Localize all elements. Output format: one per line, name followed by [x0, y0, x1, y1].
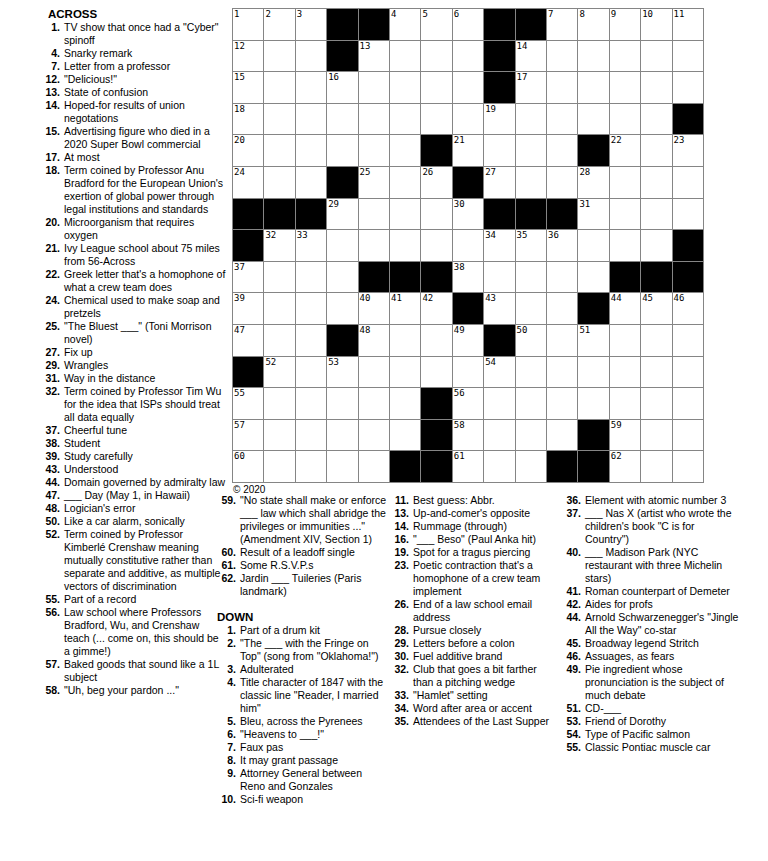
cell-number: 3 — [297, 9, 302, 19]
black-cell-r4c11 — [578, 135, 608, 166]
grid-cell-r10c0[interactable]: 47 — [233, 325, 263, 356]
clue-number: 31. — [38, 372, 64, 385]
grid-cell-r12c7[interactable]: 56 — [453, 388, 483, 419]
grid-cell-r1c14[interactable] — [673, 41, 703, 72]
grid-cell-r2c4[interactable] — [359, 72, 389, 103]
cell-number: 33 — [297, 230, 308, 240]
grid-cell-r7c9[interactable]: 35 — [516, 230, 546, 261]
grid-cell-r3c8[interactable]: 19 — [484, 104, 514, 135]
grid-cell-r9c12[interactable]: 44 — [610, 293, 640, 324]
cell-number: 44 — [611, 293, 622, 303]
grid-cell-r12c8[interactable] — [484, 388, 514, 419]
grid-cell-r6c3[interactable]: 29 — [327, 199, 357, 230]
grid-cell-r13c12[interactable]: 59 — [610, 420, 640, 451]
grid-cell-r13c8[interactable] — [484, 420, 514, 451]
clue-across-20: 20.Microorganism that requires oxygen — [38, 216, 226, 242]
grid-cell-r3c7[interactable] — [453, 104, 483, 135]
cell-number: 9 — [611, 9, 616, 19]
grid-cell-r14c1[interactable] — [264, 451, 294, 482]
grid-cell-r5c10[interactable] — [547, 167, 577, 198]
black-cell-r10c8 — [484, 325, 514, 356]
grid-cell-r6c6[interactable] — [421, 199, 451, 230]
grid-cell-r4c4[interactable] — [359, 135, 389, 166]
grid-cell-r5c1[interactable] — [264, 167, 294, 198]
grid-cell-r12c9[interactable] — [516, 388, 546, 419]
cell-number: 22 — [611, 135, 622, 145]
grid-cell-r4c7[interactable]: 21 — [453, 135, 483, 166]
cell-number: 60 — [234, 451, 245, 461]
clue-text: Attendees of the Last Supper — [413, 715, 559, 728]
grid-cell-r12c14[interactable] — [673, 388, 703, 419]
clue-across-48: 48.Logician's error — [38, 502, 226, 515]
grid-cell-r12c11[interactable] — [578, 388, 608, 419]
cell-number: 26 — [422, 167, 433, 177]
cell-number: 50 — [517, 325, 528, 335]
grid-cell-r9c2[interactable] — [296, 293, 326, 324]
grid-cell-r8c3[interactable] — [327, 262, 357, 293]
grid-cell-r2c14[interactable] — [673, 72, 703, 103]
grid-cell-r14c8[interactable] — [484, 451, 514, 482]
grid-cell-r1c7[interactable] — [453, 41, 483, 72]
grid-cell-r2c9[interactable]: 17 — [516, 72, 546, 103]
grid-cell-r1c4[interactable]: 13 — [359, 41, 389, 72]
black-cell-r6c9 — [516, 199, 546, 230]
grid-cell-r9c14[interactable]: 46 — [673, 293, 703, 324]
grid-cell-r6c13[interactable] — [641, 199, 671, 230]
grid-cell-r4c0[interactable]: 20 — [233, 135, 263, 166]
grid-cell-r11c6[interactable] — [421, 357, 451, 388]
grid-cell-r9c8[interactable]: 43 — [484, 293, 514, 324]
clue-number: 57. — [38, 658, 64, 684]
grid-cell-r8c7[interactable]: 38 — [453, 262, 483, 293]
grid-cell-r12c3[interactable] — [327, 388, 357, 419]
grid-cell-r4c2[interactable] — [296, 135, 326, 166]
grid-cell-r12c5[interactable] — [390, 388, 420, 419]
black-cell-r5c3 — [327, 167, 357, 198]
grid-cell-r5c13[interactable] — [641, 167, 671, 198]
clue-number: 58. — [38, 684, 64, 697]
cell-number: 49 — [454, 325, 465, 335]
grid-cell-r3c3[interactable] — [327, 104, 357, 135]
cell-number: 12 — [234, 41, 245, 51]
grid-cell-r12c0[interactable]: 55 — [233, 388, 263, 419]
clue-text: Advertising figure who died in a 2020 Su… — [64, 125, 226, 151]
clue-across-44: 44.Domain governed by admiralty law — [38, 476, 226, 489]
grid-cell-r6c5[interactable] — [390, 199, 420, 230]
grid-cell-r10c12[interactable] — [610, 325, 640, 356]
cell-number: 32 — [265, 230, 276, 240]
cell-number: 56 — [454, 388, 465, 398]
clue-text: Student — [64, 437, 226, 450]
grid-cell-r3c4[interactable] — [359, 104, 389, 135]
grid-cell-r0c0[interactable]: 1 — [233, 9, 263, 40]
grid-cell-r9c3[interactable] — [327, 293, 357, 324]
grid-cell-r0c12[interactable]: 9 — [610, 9, 640, 40]
grid-cell-r7c7[interactable] — [453, 230, 483, 261]
grid-cell-r12c13[interactable] — [641, 388, 671, 419]
grid-cell-r5c6[interactable]: 26 — [421, 167, 451, 198]
grid-cell-r11c5[interactable] — [390, 357, 420, 388]
grid-cell-r3c11[interactable] — [578, 104, 608, 135]
grid-cell-r10c9[interactable]: 50 — [516, 325, 546, 356]
clue-number: 48. — [38, 502, 64, 515]
grid-cell-r1c1[interactable] — [264, 41, 294, 72]
grid-cell-r1c10[interactable] — [547, 41, 577, 72]
grid-cell-r2c12[interactable] — [610, 72, 640, 103]
grid-cell-r3c6[interactable] — [421, 104, 451, 135]
clue-text: Fix up — [64, 346, 226, 359]
clue-number: 12. — [38, 73, 64, 86]
grid-cell-r14c4[interactable] — [359, 451, 389, 482]
grid-cell-r2c11[interactable] — [578, 72, 608, 103]
grid-cell-r2c3[interactable]: 16 — [327, 72, 357, 103]
grid-cell-r1c13[interactable] — [641, 41, 671, 72]
grid-cell-r6c4[interactable] — [359, 199, 389, 230]
clue-across-17: 17.At most — [38, 151, 226, 164]
bottom-column-2: 11.Best guess: Abbr.13.Up-and-comer's op… — [387, 494, 559, 728]
clue-text: "No state shall make or enforce ___ law … — [240, 494, 388, 546]
clue-down-44: 44.Arnold Schwarzenegger's "Jingle All t… — [559, 611, 739, 637]
grid-cell-r14c12[interactable]: 62 — [610, 451, 640, 482]
grid-cell-r9c4[interactable]: 40 — [359, 293, 389, 324]
grid-cell-r7c4[interactable] — [359, 230, 389, 261]
grid-cell-r7c2[interactable]: 33 — [296, 230, 326, 261]
grid-cell-r5c11[interactable]: 28 — [578, 167, 608, 198]
clue-down-9: 9.Attorney General between Reno and Gonz… — [214, 767, 388, 793]
clue-down-10: 10.Sci-fi weapon — [214, 793, 388, 806]
grid-cell-r9c10[interactable] — [547, 293, 577, 324]
grid-cell-r7c10[interactable]: 36 — [547, 230, 577, 261]
grid-cell-r3c12[interactable] — [610, 104, 640, 135]
grid-cell-r8c8[interactable] — [484, 262, 514, 293]
grid-cell-r5c4[interactable]: 25 — [359, 167, 389, 198]
grid-cell-r5c5[interactable] — [390, 167, 420, 198]
grid-cell-r11c14[interactable] — [673, 357, 703, 388]
grid-cell-r5c0[interactable]: 24 — [233, 167, 263, 198]
grid-cell-r8c10[interactable] — [547, 262, 577, 293]
grid-cell-r5c2[interactable] — [296, 167, 326, 198]
grid-cell-r12c10[interactable] — [547, 388, 577, 419]
clue-down-11: 11.Best guess: Abbr. — [387, 494, 559, 507]
clue-text: Wrangles — [64, 359, 226, 372]
grid-cell-r10c10[interactable] — [547, 325, 577, 356]
grid-cell-r13c1[interactable] — [264, 420, 294, 451]
clue-down-6: 6."Heavens to ___!" — [214, 728, 388, 741]
clue-text: ___ Madison Park (NYC restaurant with th… — [585, 546, 739, 585]
clue-across-47: 47.___ Day (May 1, in Hawaii) — [38, 489, 226, 502]
clue-number: 14. — [38, 99, 64, 125]
grid-cell-r0c7[interactable]: 6 — [453, 9, 483, 40]
grid-cell-r0c5[interactable]: 4 — [390, 9, 420, 40]
clue-number: 29. — [38, 359, 64, 372]
grid-cell-r7c8[interactable]: 34 — [484, 230, 514, 261]
grid-cell-r9c1[interactable] — [264, 293, 294, 324]
grid-cell-r12c2[interactable] — [296, 388, 326, 419]
clue-text: Type of Pacific salmon — [585, 728, 739, 741]
grid-cell-r14c3[interactable] — [327, 451, 357, 482]
clue-text: "Uh, beg your pardon ..." — [64, 684, 226, 697]
clue-text: Term coined by Professor Anu Bradford fo… — [64, 164, 226, 216]
grid-cell-r2c7[interactable] — [453, 72, 483, 103]
grid-cell-r7c5[interactable] — [390, 230, 420, 261]
grid-cell-r10c14[interactable] — [673, 325, 703, 356]
clue-text: "Hamlet" setting — [413, 689, 559, 702]
grid-cell-r13c0[interactable]: 57 — [233, 420, 263, 451]
grid-cell-r3c9[interactable] — [516, 104, 546, 135]
black-cell-r8c5 — [390, 262, 420, 293]
grid-cell-r8c9[interactable] — [516, 262, 546, 293]
grid-cell-r14c13[interactable] — [641, 451, 671, 482]
clue-text: Bleu, across the Pyrenees — [240, 715, 388, 728]
cell-number: 38 — [454, 262, 465, 272]
grid-cell-r11c12[interactable] — [610, 357, 640, 388]
clue-down-55: 55.Classic Pontiac muscle car — [559, 741, 739, 754]
grid-cell-r13c3[interactable] — [327, 420, 357, 451]
grid-cell-r4c13[interactable] — [641, 135, 671, 166]
clue-text: Element with atomic number 3 — [585, 494, 739, 507]
clue-number: 30. — [387, 650, 413, 663]
clue-text: "Delicious!" — [64, 73, 226, 86]
grid-cell-r14c7[interactable]: 61 — [453, 451, 483, 482]
clue-down-14: 14.Rummage (through) — [387, 520, 559, 533]
grid-cell-r1c9[interactable]: 14 — [516, 41, 546, 72]
clue-text: Baked goods that sound like a 1L subject — [64, 658, 226, 684]
grid-cell-r13c4[interactable] — [359, 420, 389, 451]
clue-across-56: 56.Law school where Professors Bradford,… — [38, 606, 226, 658]
grid-cell-r2c13[interactable] — [641, 72, 671, 103]
grid-cell-r10c11[interactable]: 51 — [578, 325, 608, 356]
cell-number: 25 — [360, 167, 371, 177]
clue-number: 36. — [559, 494, 585, 507]
grid-cell-r4c10[interactable] — [547, 135, 577, 166]
black-cell-r10c3 — [327, 325, 357, 356]
clue-text: Classic Pontiac muscle car — [585, 741, 739, 754]
grid-cell-r2c2[interactable] — [296, 72, 326, 103]
clue-down-49: 49.Pie ingredient whose pronunciation is… — [559, 663, 739, 702]
grid-cell-r11c8[interactable]: 54 — [484, 357, 514, 388]
grid-cell-r0c14[interactable]: 11 — [673, 9, 703, 40]
grid-cell-r3c13[interactable] — [641, 104, 671, 135]
black-cell-r14c11 — [578, 451, 608, 482]
grid-cell-r3c10[interactable] — [547, 104, 577, 135]
grid-cell-r8c0[interactable]: 37 — [233, 262, 263, 293]
grid-cell-r7c3[interactable] — [327, 230, 357, 261]
grid-cell-r4c8[interactable] — [484, 135, 514, 166]
clue-number: 4. — [214, 676, 240, 715]
grid-cell-r13c9[interactable] — [516, 420, 546, 451]
grid-cell-r6c11[interactable]: 31 — [578, 199, 608, 230]
grid-cell-r10c6[interactable] — [421, 325, 451, 356]
black-cell-r8c6 — [421, 262, 451, 293]
grid-cell-r12c4[interactable] — [359, 388, 389, 419]
clue-across-1: 1.TV show that once had a "Cyber" spinof… — [38, 21, 226, 47]
cell-number: 19 — [485, 104, 496, 114]
clue-number: 1. — [38, 21, 64, 47]
clue-across-18: 18.Term coined by Professor Anu Bradford… — [38, 164, 226, 216]
grid-cell-r7c6[interactable] — [421, 230, 451, 261]
grid-cell-r12c12[interactable] — [610, 388, 640, 419]
grid-cell-r4c9[interactable] — [516, 135, 546, 166]
grid-cell-r11c9[interactable] — [516, 357, 546, 388]
black-cell-r4c6 — [421, 135, 451, 166]
grid-cell-r7c12[interactable] — [610, 230, 640, 261]
clue-number: 29. — [387, 637, 413, 650]
grid-cell-r11c7[interactable] — [453, 357, 483, 388]
grid-cell-r13c13[interactable] — [641, 420, 671, 451]
grid-cell-r13c2[interactable] — [296, 420, 326, 451]
grid-cell-r10c4[interactable]: 48 — [359, 325, 389, 356]
clue-number: 35. — [387, 715, 413, 728]
grid-cell-r0c1[interactable]: 2 — [264, 9, 294, 40]
down-clue-list-2: 11.Best guess: Abbr.13.Up-and-comer's op… — [387, 494, 559, 728]
clue-number: 3. — [214, 663, 240, 676]
clue-number: 14. — [387, 520, 413, 533]
grid-cell-r10c13[interactable] — [641, 325, 671, 356]
grid-cell-r1c2[interactable] — [296, 41, 326, 72]
grid-cell-r3c2[interactable] — [296, 104, 326, 135]
clue-text: Hoped-for results of union negotations — [64, 99, 226, 125]
grid-cell-r8c11[interactable] — [578, 262, 608, 293]
grid-cell-r0c10[interactable]: 7 — [547, 9, 577, 40]
grid-cell-r11c1[interactable]: 52 — [264, 357, 294, 388]
grid-cell-r7c13[interactable] — [641, 230, 671, 261]
clue-across-29: 29.Wrangles — [38, 359, 226, 372]
clue-text: CD-___ — [585, 702, 739, 715]
clue-down-53: 53.Friend of Dorothy — [559, 715, 739, 728]
clue-across-58: 58."Uh, beg your pardon ..." — [38, 684, 226, 697]
grid-cell-r7c11[interactable] — [578, 230, 608, 261]
grid-cell-r4c1[interactable] — [264, 135, 294, 166]
grid-cell-r2c6[interactable] — [421, 72, 451, 103]
grid-cell-r3c0[interactable]: 18 — [233, 104, 263, 135]
black-cell-r8c14 — [673, 262, 703, 293]
cell-number: 59 — [611, 420, 622, 430]
grid-cell-r13c5[interactable] — [390, 420, 420, 451]
grid-cell-r7c1[interactable]: 32 — [264, 230, 294, 261]
grid-cell-r8c2[interactable] — [296, 262, 326, 293]
grid-cell-r2c10[interactable] — [547, 72, 577, 103]
grid-cell-r6c7[interactable]: 30 — [453, 199, 483, 230]
clue-across-27: 27.Fix up — [38, 346, 226, 359]
grid-cell-r0c13[interactable]: 10 — [641, 9, 671, 40]
black-cell-r9c11 — [578, 293, 608, 324]
black-cell-r7c14 — [673, 230, 703, 261]
grid-cell-r0c2[interactable]: 3 — [296, 9, 326, 40]
clue-down-7: 7.Faux pas — [214, 741, 388, 754]
clue-across-43: 43.Understood — [38, 463, 226, 476]
grid-cell-r9c6[interactable]: 42 — [421, 293, 451, 324]
clue-down-42: 42.Aides for profs — [559, 598, 739, 611]
clue-number: 16. — [387, 533, 413, 546]
black-cell-r1c8 — [484, 41, 514, 72]
grid-cell-r11c10[interactable] — [547, 357, 577, 388]
across-header: ACROSS — [48, 8, 226, 21]
clue-number: 47. — [38, 489, 64, 502]
cell-number: 8 — [579, 9, 584, 19]
clue-down-34: 34.Word after area or accent — [387, 702, 559, 715]
clue-number: 26. — [387, 598, 413, 624]
grid-cell-r0c6[interactable]: 5 — [421, 9, 451, 40]
grid-cell-r4c3[interactable] — [327, 135, 357, 166]
grid-cell-r1c12[interactable] — [610, 41, 640, 72]
grid-cell-r11c4[interactable] — [359, 357, 389, 388]
grid-cell-r9c5[interactable]: 41 — [390, 293, 420, 324]
grid-cell-r1c5[interactable] — [390, 41, 420, 72]
clue-number: 55. — [38, 593, 64, 606]
grid-cell-r1c11[interactable] — [578, 41, 608, 72]
grid-cell-r6c12[interactable] — [610, 199, 640, 230]
grid-cell-r4c5[interactable] — [390, 135, 420, 166]
grid-cell-r14c2[interactable] — [296, 451, 326, 482]
grid-cell-r5c12[interactable] — [610, 167, 640, 198]
clue-across-25: 25."The Bluest ___" (Toni Morrison novel… — [38, 320, 226, 346]
clue-number: 1. — [214, 624, 240, 637]
grid-cell-r2c1[interactable] — [264, 72, 294, 103]
clue-text: Greek letter that's a homophone of what … — [64, 268, 226, 294]
grid-cell-r4c12[interactable]: 22 — [610, 135, 640, 166]
grid-cell-r12c1[interactable] — [264, 388, 294, 419]
grid-cell-r9c9[interactable] — [516, 293, 546, 324]
grid-cell-r1c6[interactable] — [421, 41, 451, 72]
grid-cell-r2c5[interactable] — [390, 72, 420, 103]
clue-across-60: 60.Result of a leadoff single — [214, 546, 388, 559]
cell-number: 29 — [328, 199, 339, 209]
clue-number: 44. — [559, 611, 585, 637]
clue-across-24: 24.Chemical used to make soap and pretze… — [38, 294, 226, 320]
grid-cell-r8c1[interactable] — [264, 262, 294, 293]
grid-cell-r13c7[interactable]: 58 — [453, 420, 483, 451]
grid-cell-r2c0[interactable]: 15 — [233, 72, 263, 103]
clue-text: Study carefully — [64, 450, 226, 463]
bottom-column-3: 36.Element with atomic number 337.___ Na… — [559, 494, 739, 754]
grid-cell-r13c14[interactable] — [673, 420, 703, 451]
grid-cell-r10c1[interactable] — [264, 325, 294, 356]
grid-cell-r11c13[interactable] — [641, 357, 671, 388]
grid-cell-r10c2[interactable] — [296, 325, 326, 356]
grid-cell-r11c2[interactable] — [296, 357, 326, 388]
clue-down-41: 41.Roman counterpart of Demeter — [559, 585, 739, 598]
grid-cell-r6c14[interactable] — [673, 199, 703, 230]
black-cell-r6c1 — [264, 199, 294, 230]
grid-cell-r9c13[interactable]: 45 — [641, 293, 671, 324]
clue-across-21: 21.Ivy League school about 75 miles from… — [38, 242, 226, 268]
grid-cell-r5c8[interactable]: 27 — [484, 167, 514, 198]
grid-cell-r5c9[interactable] — [516, 167, 546, 198]
black-cell-r8c13 — [641, 262, 671, 293]
grid-cell-r10c7[interactable]: 49 — [453, 325, 483, 356]
grid-cell-r14c0[interactable]: 60 — [233, 451, 263, 482]
grid-cell-r5c14[interactable] — [673, 167, 703, 198]
clue-text: Aides for profs — [585, 598, 739, 611]
grid-cell-r11c11[interactable] — [578, 357, 608, 388]
grid-cell-r9c0[interactable]: 39 — [233, 293, 263, 324]
grid-cell-r10c5[interactable] — [390, 325, 420, 356]
clue-text: Part of a drum kit — [240, 624, 388, 637]
grid-cell-r14c9[interactable] — [516, 451, 546, 482]
clue-number: 41. — [559, 585, 585, 598]
grid-cell-r3c1[interactable] — [264, 104, 294, 135]
grid-cell-r11c3[interactable]: 53 — [327, 357, 357, 388]
grid-cell-r4c14[interactable]: 23 — [673, 135, 703, 166]
clue-down-16: 16."___ Beso" (Paul Anka hit) — [387, 533, 559, 546]
grid-cell-r0c11[interactable]: 8 — [578, 9, 608, 40]
cell-number: 61 — [454, 451, 465, 461]
clue-down-51: 51.CD-___ — [559, 702, 739, 715]
grid-cell-r13c10[interactable] — [547, 420, 577, 451]
grid-cell-r14c14[interactable] — [673, 451, 703, 482]
grid-cell-r3c5[interactable] — [390, 104, 420, 135]
grid-cell-r1c0[interactable]: 12 — [233, 41, 263, 72]
